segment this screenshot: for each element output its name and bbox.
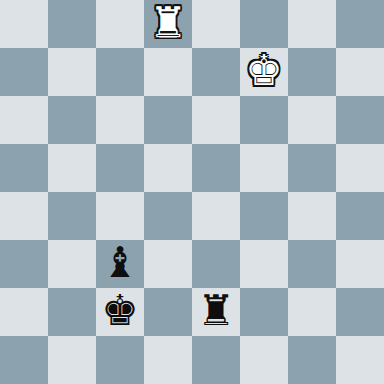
square-e7[interactable] [192,48,240,96]
square-e6[interactable] [192,96,240,144]
square-e4[interactable] [192,192,240,240]
square-f4[interactable] [240,192,288,240]
square-d5[interactable] [144,144,192,192]
square-e8[interactable] [192,0,240,48]
square-h7[interactable] [336,48,384,96]
square-b8[interactable] [48,0,96,48]
square-f5[interactable] [240,144,288,192]
square-h5[interactable] [336,144,384,192]
square-c6[interactable] [96,96,144,144]
square-a8[interactable] [0,0,48,48]
black-king-piece[interactable]: ♚ [101,287,139,335]
square-c4[interactable] [96,192,144,240]
white-rook-piece[interactable]: ♜ [149,0,187,47]
square-g4[interactable] [288,192,336,240]
square-h3[interactable] [336,240,384,288]
square-g3[interactable] [288,240,336,288]
square-b2[interactable] [48,288,96,336]
square-g7[interactable] [288,48,336,96]
square-c1[interactable] [96,336,144,384]
square-f8[interactable] [240,0,288,48]
square-h4[interactable] [336,192,384,240]
square-b5[interactable] [48,144,96,192]
square-f3[interactable] [240,240,288,288]
square-d3[interactable] [144,240,192,288]
white-king-piece[interactable]: ♚ [245,47,283,95]
square-b6[interactable] [48,96,96,144]
square-c8[interactable] [96,0,144,48]
square-b4[interactable] [48,192,96,240]
square-g5[interactable] [288,144,336,192]
square-c3[interactable]: ♝ [96,240,144,288]
square-h2[interactable] [336,288,384,336]
square-d4[interactable] [144,192,192,240]
square-d1[interactable] [144,336,192,384]
square-a5[interactable] [0,144,48,192]
square-e5[interactable] [192,144,240,192]
square-c2[interactable]: ♚ [96,288,144,336]
square-f7[interactable]: ♚ [240,48,288,96]
square-a4[interactable] [0,192,48,240]
square-c7[interactable] [96,48,144,96]
black-rook-piece[interactable]: ♜ [197,287,235,335]
square-c5[interactable] [96,144,144,192]
square-g6[interactable] [288,96,336,144]
square-b3[interactable] [48,240,96,288]
square-e2[interactable]: ♜ [192,288,240,336]
square-h6[interactable] [336,96,384,144]
square-a7[interactable] [0,48,48,96]
square-b7[interactable] [48,48,96,96]
square-g1[interactable] [288,336,336,384]
square-a2[interactable] [0,288,48,336]
square-g2[interactable] [288,288,336,336]
square-e3[interactable] [192,240,240,288]
chess-board: ♜♚♝♚♜ [0,0,384,384]
square-a6[interactable] [0,96,48,144]
square-d8[interactable]: ♜ [144,0,192,48]
square-e1[interactable] [192,336,240,384]
square-a1[interactable] [0,336,48,384]
square-f6[interactable] [240,96,288,144]
square-h8[interactable] [336,0,384,48]
square-g8[interactable] [288,0,336,48]
square-b1[interactable] [48,336,96,384]
square-f2[interactable] [240,288,288,336]
square-h1[interactable] [336,336,384,384]
square-d2[interactable] [144,288,192,336]
square-a3[interactable] [0,240,48,288]
square-f1[interactable] [240,336,288,384]
square-d6[interactable] [144,96,192,144]
square-d7[interactable] [144,48,192,96]
black-bishop-piece[interactable]: ♝ [101,239,139,287]
